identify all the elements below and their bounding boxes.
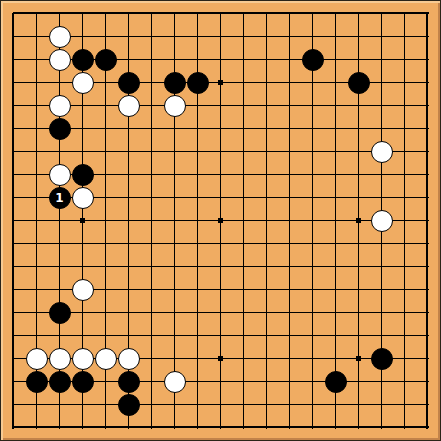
intersection — [117, 416, 140, 439]
intersection — [393, 94, 416, 117]
intersection — [94, 117, 117, 140]
intersection — [209, 324, 232, 347]
intersection — [255, 416, 278, 439]
intersection — [255, 117, 278, 140]
intersection — [163, 163, 186, 186]
intersection — [255, 301, 278, 324]
intersection — [117, 209, 140, 232]
intersection — [163, 416, 186, 439]
intersection — [324, 25, 347, 48]
intersection — [25, 324, 48, 347]
intersection — [324, 301, 347, 324]
intersection — [370, 186, 393, 209]
intersection — [255, 370, 278, 393]
intersection — [278, 163, 301, 186]
intersection — [278, 71, 301, 94]
intersection — [140, 71, 163, 94]
intersection — [209, 209, 232, 232]
intersection — [186, 48, 209, 71]
intersection — [186, 2, 209, 25]
intersection — [370, 393, 393, 416]
intersection — [393, 209, 416, 232]
intersection — [324, 94, 347, 117]
intersection — [163, 278, 186, 301]
intersection — [2, 48, 25, 71]
intersection — [94, 232, 117, 255]
intersection — [94, 278, 117, 301]
intersection — [255, 347, 278, 370]
intersection — [232, 186, 255, 209]
intersection — [48, 255, 71, 278]
intersection — [416, 393, 439, 416]
intersection — [25, 209, 48, 232]
intersection — [301, 393, 324, 416]
intersection — [232, 255, 255, 278]
intersection — [301, 347, 324, 370]
intersection — [255, 94, 278, 117]
intersection — [163, 25, 186, 48]
intersection — [255, 255, 278, 278]
intersection — [2, 393, 25, 416]
intersection — [278, 301, 301, 324]
intersection — [232, 232, 255, 255]
white-stone — [72, 279, 94, 301]
intersection — [416, 255, 439, 278]
intersection — [2, 163, 25, 186]
intersection — [324, 232, 347, 255]
intersection — [416, 25, 439, 48]
intersection — [140, 117, 163, 140]
intersection — [186, 255, 209, 278]
intersection — [393, 347, 416, 370]
intersection — [301, 255, 324, 278]
black-stone — [49, 118, 71, 140]
intersection — [186, 232, 209, 255]
intersection — [209, 2, 232, 25]
intersection — [209, 163, 232, 186]
intersection — [370, 71, 393, 94]
intersection — [140, 232, 163, 255]
intersection — [370, 278, 393, 301]
intersection — [301, 117, 324, 140]
intersection — [140, 94, 163, 117]
intersection — [71, 163, 94, 186]
intersection — [416, 278, 439, 301]
intersection — [117, 393, 140, 416]
intersection — [347, 232, 370, 255]
intersection — [2, 2, 25, 25]
intersection — [25, 2, 48, 25]
intersection — [209, 347, 232, 370]
black-stone — [302, 49, 324, 71]
star-point — [356, 356, 361, 361]
black-stone — [187, 72, 209, 94]
intersection — [278, 347, 301, 370]
intersection — [278, 117, 301, 140]
intersection — [71, 94, 94, 117]
intersection — [117, 232, 140, 255]
black-stone — [26, 371, 48, 393]
intersection — [232, 94, 255, 117]
intersection — [255, 186, 278, 209]
intersection — [163, 255, 186, 278]
intersection — [370, 416, 393, 439]
intersection — [347, 301, 370, 324]
intersection — [71, 370, 94, 393]
intersection — [2, 25, 25, 48]
star-point — [218, 356, 223, 361]
intersection — [232, 416, 255, 439]
intersection — [393, 232, 416, 255]
intersection — [347, 324, 370, 347]
intersection — [2, 140, 25, 163]
intersection — [25, 48, 48, 71]
intersection — [370, 324, 393, 347]
intersection — [393, 140, 416, 163]
intersection — [186, 140, 209, 163]
intersection — [278, 25, 301, 48]
intersection — [2, 209, 25, 232]
black-stone — [72, 164, 94, 186]
intersection — [48, 370, 71, 393]
intersection — [370, 117, 393, 140]
intersection — [48, 140, 71, 163]
intersection — [48, 416, 71, 439]
intersection — [2, 416, 25, 439]
intersection — [140, 163, 163, 186]
intersection — [393, 393, 416, 416]
intersection — [94, 140, 117, 163]
intersection — [186, 324, 209, 347]
intersection — [117, 324, 140, 347]
intersection — [71, 255, 94, 278]
intersection — [48, 278, 71, 301]
intersection — [140, 140, 163, 163]
intersection — [301, 301, 324, 324]
intersection — [186, 370, 209, 393]
intersection — [94, 393, 117, 416]
intersection — [209, 370, 232, 393]
intersection — [140, 370, 163, 393]
intersection — [416, 370, 439, 393]
black-stone — [348, 72, 370, 94]
intersection — [416, 301, 439, 324]
white-stone — [49, 164, 71, 186]
intersection — [301, 140, 324, 163]
intersection — [393, 2, 416, 25]
intersection — [278, 186, 301, 209]
intersection — [94, 163, 117, 186]
intersection — [209, 48, 232, 71]
intersection — [163, 370, 186, 393]
intersection — [48, 209, 71, 232]
intersection — [140, 25, 163, 48]
intersection — [163, 117, 186, 140]
intersection — [347, 117, 370, 140]
intersection — [71, 324, 94, 347]
intersection — [278, 278, 301, 301]
intersection — [163, 393, 186, 416]
intersection — [25, 370, 48, 393]
intersection — [278, 48, 301, 71]
intersection — [117, 2, 140, 25]
white-stone — [371, 210, 393, 232]
intersection — [163, 209, 186, 232]
black-stone — [371, 348, 393, 370]
intersection — [324, 2, 347, 25]
intersection — [71, 71, 94, 94]
intersection — [324, 209, 347, 232]
intersection — [347, 278, 370, 301]
intersection — [48, 71, 71, 94]
intersection — [301, 163, 324, 186]
go-board: 1 — [0, 0, 441, 441]
intersection — [232, 393, 255, 416]
intersection — [278, 209, 301, 232]
move-1-stone: 1 — [49, 187, 71, 209]
intersection — [416, 117, 439, 140]
intersection — [163, 94, 186, 117]
intersection — [255, 209, 278, 232]
star-point — [218, 80, 223, 85]
intersection — [25, 25, 48, 48]
intersection — [117, 71, 140, 94]
intersection — [94, 2, 117, 25]
intersection — [393, 71, 416, 94]
intersection — [186, 163, 209, 186]
intersection — [209, 232, 232, 255]
intersection — [117, 48, 140, 71]
intersection — [186, 71, 209, 94]
intersection — [94, 301, 117, 324]
intersection — [347, 140, 370, 163]
white-stone — [49, 95, 71, 117]
intersection — [255, 2, 278, 25]
intersection — [324, 48, 347, 71]
intersection — [370, 255, 393, 278]
intersection — [370, 48, 393, 71]
intersection — [301, 2, 324, 25]
intersection — [209, 278, 232, 301]
intersection — [163, 232, 186, 255]
intersection — [186, 25, 209, 48]
intersection — [255, 71, 278, 94]
intersection — [416, 2, 439, 25]
intersection — [301, 324, 324, 347]
intersection — [2, 255, 25, 278]
intersection — [416, 48, 439, 71]
black-stone — [325, 371, 347, 393]
intersection — [324, 186, 347, 209]
intersection — [140, 48, 163, 71]
intersection — [393, 370, 416, 393]
intersection — [301, 209, 324, 232]
intersection — [278, 232, 301, 255]
white-stone — [72, 348, 94, 370]
intersection — [370, 209, 393, 232]
intersection — [232, 2, 255, 25]
black-stone — [164, 72, 186, 94]
intersection — [48, 48, 71, 71]
black-stone — [72, 49, 94, 71]
intersection — [163, 301, 186, 324]
intersection — [232, 117, 255, 140]
intersection — [393, 255, 416, 278]
intersection — [25, 301, 48, 324]
intersection — [278, 324, 301, 347]
intersection — [186, 347, 209, 370]
black-stone — [49, 371, 71, 393]
intersection — [393, 301, 416, 324]
black-stone — [118, 72, 140, 94]
white-stone — [95, 348, 117, 370]
intersection — [232, 71, 255, 94]
intersection — [255, 232, 278, 255]
intersection — [347, 209, 370, 232]
intersection — [71, 2, 94, 25]
intersection — [416, 94, 439, 117]
intersection — [255, 140, 278, 163]
intersection — [25, 278, 48, 301]
intersection — [117, 301, 140, 324]
intersection — [232, 301, 255, 324]
intersection — [370, 347, 393, 370]
intersection — [347, 71, 370, 94]
intersection — [71, 140, 94, 163]
intersection — [301, 370, 324, 393]
intersection — [370, 2, 393, 25]
intersection — [2, 71, 25, 94]
intersection — [301, 278, 324, 301]
intersection — [393, 163, 416, 186]
intersection — [94, 48, 117, 71]
intersection — [71, 48, 94, 71]
intersection — [186, 416, 209, 439]
intersection — [370, 94, 393, 117]
white-stone — [118, 95, 140, 117]
intersection — [25, 186, 48, 209]
intersection — [255, 278, 278, 301]
intersection — [324, 163, 347, 186]
intersection — [347, 347, 370, 370]
star-point — [356, 218, 361, 223]
intersection — [71, 117, 94, 140]
intersection — [324, 370, 347, 393]
intersection — [163, 2, 186, 25]
intersection — [347, 416, 370, 439]
intersection — [48, 25, 71, 48]
white-stone — [72, 187, 94, 209]
intersection — [232, 278, 255, 301]
intersection — [232, 48, 255, 71]
intersection — [25, 94, 48, 117]
intersection — [94, 347, 117, 370]
intersection — [186, 117, 209, 140]
intersection — [48, 301, 71, 324]
intersection — [301, 48, 324, 71]
intersection — [71, 393, 94, 416]
intersection — [25, 232, 48, 255]
intersection — [71, 186, 94, 209]
intersection — [94, 209, 117, 232]
intersection — [117, 186, 140, 209]
intersection — [2, 347, 25, 370]
intersection — [278, 393, 301, 416]
intersection — [324, 71, 347, 94]
intersection — [140, 278, 163, 301]
intersection — [301, 186, 324, 209]
intersection — [209, 94, 232, 117]
intersection — [163, 71, 186, 94]
intersection — [117, 347, 140, 370]
intersection — [117, 94, 140, 117]
intersection — [48, 324, 71, 347]
intersection — [186, 209, 209, 232]
intersection — [140, 393, 163, 416]
intersection — [232, 163, 255, 186]
intersection — [2, 278, 25, 301]
intersection — [140, 347, 163, 370]
intersection — [232, 209, 255, 232]
intersection — [25, 117, 48, 140]
intersection — [416, 140, 439, 163]
white-stone — [49, 26, 71, 48]
black-stone — [72, 371, 94, 393]
intersection — [324, 255, 347, 278]
intersection — [416, 232, 439, 255]
intersection — [370, 140, 393, 163]
intersection — [71, 278, 94, 301]
intersection — [71, 301, 94, 324]
intersection — [25, 393, 48, 416]
intersection — [209, 117, 232, 140]
intersection — [209, 140, 232, 163]
intersection — [324, 140, 347, 163]
intersection — [209, 25, 232, 48]
intersection — [278, 370, 301, 393]
intersection — [186, 186, 209, 209]
intersection — [2, 370, 25, 393]
intersection — [209, 186, 232, 209]
intersection — [255, 324, 278, 347]
intersection — [71, 347, 94, 370]
intersection — [94, 94, 117, 117]
intersection — [163, 48, 186, 71]
intersection — [232, 347, 255, 370]
intersection — [324, 117, 347, 140]
intersection — [324, 324, 347, 347]
intersection: 1 — [48, 186, 71, 209]
intersection — [163, 186, 186, 209]
intersection — [25, 347, 48, 370]
intersection — [140, 301, 163, 324]
intersection — [209, 255, 232, 278]
intersection — [94, 255, 117, 278]
intersection — [209, 71, 232, 94]
intersection — [232, 140, 255, 163]
intersection — [347, 48, 370, 71]
intersection — [301, 232, 324, 255]
intersection — [94, 370, 117, 393]
intersection — [347, 370, 370, 393]
white-stone — [49, 49, 71, 71]
intersection — [393, 48, 416, 71]
intersection — [232, 324, 255, 347]
intersection — [94, 186, 117, 209]
intersection — [324, 347, 347, 370]
intersection — [370, 301, 393, 324]
intersection — [2, 324, 25, 347]
